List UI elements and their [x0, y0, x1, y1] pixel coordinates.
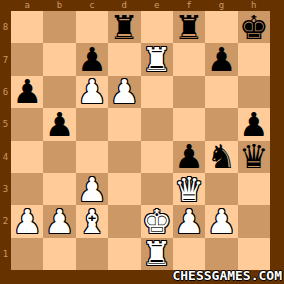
file-label-b: b	[43, 0, 75, 11]
square-a7	[11, 43, 43, 75]
file-label-a: a	[11, 0, 43, 11]
square-b3	[43, 173, 75, 205]
white-pawn: ♟	[45, 205, 75, 238]
square-c8	[76, 11, 108, 43]
rank-label-5: 5	[0, 108, 11, 140]
white-pawn: ♟	[174, 205, 204, 238]
rank-label-1: 1	[0, 238, 11, 270]
white-rook: ♜	[142, 237, 172, 270]
square-d7	[108, 43, 140, 75]
square-e6	[141, 76, 173, 108]
square-b6	[43, 76, 75, 108]
square-b7	[43, 43, 75, 75]
square-g2: ♟	[205, 205, 237, 237]
white-pawn: ♟	[77, 173, 107, 206]
square-e7: ♜	[141, 43, 173, 75]
square-d4	[108, 141, 140, 173]
black-pawn: ♟	[45, 108, 75, 141]
black-pawn: ♟	[239, 108, 269, 141]
white-bishop: ♝	[77, 205, 107, 238]
square-a2: ♟	[11, 205, 43, 237]
square-a4	[11, 141, 43, 173]
square-e1: ♜	[141, 238, 173, 270]
rank-label-3: 3	[0, 173, 11, 205]
square-c2: ♝	[76, 205, 108, 237]
square-f5	[173, 108, 205, 140]
file-labels: abcdefgh	[11, 0, 270, 11]
white-pawn: ♟	[207, 205, 237, 238]
square-f7	[173, 43, 205, 75]
white-king: ♚	[142, 205, 172, 238]
white-pawn: ♟	[110, 75, 140, 108]
chess-board-frame: abcdefgh 87654321 ♜♜♚♟♜♟♟♟♟♟♟♟♞♛♟♛♟♟♝♚♟♟…	[0, 0, 284, 284]
chess-board: ♜♜♚♟♜♟♟♟♟♟♟♟♞♛♟♛♟♟♝♚♟♟♜	[11, 11, 270, 270]
rank-label-8: 8	[0, 11, 11, 43]
black-rook: ♜	[110, 11, 140, 44]
square-h7	[238, 43, 270, 75]
square-e5	[141, 108, 173, 140]
rank-label-4: 4	[0, 141, 11, 173]
square-a5	[11, 108, 43, 140]
square-b8	[43, 11, 75, 43]
square-c7: ♟	[76, 43, 108, 75]
square-f2: ♟	[173, 205, 205, 237]
black-pawn: ♟	[207, 43, 237, 76]
rank-label-7: 7	[0, 43, 11, 75]
square-g6	[205, 76, 237, 108]
square-a8	[11, 11, 43, 43]
square-d5	[108, 108, 140, 140]
square-g5	[205, 108, 237, 140]
square-b1	[43, 238, 75, 270]
square-f3: ♛	[173, 173, 205, 205]
black-king: ♚	[239, 11, 269, 44]
square-f1	[173, 238, 205, 270]
square-e3	[141, 173, 173, 205]
white-queen: ♛	[174, 173, 204, 206]
square-g1	[205, 238, 237, 270]
square-e2: ♚	[141, 205, 173, 237]
square-f6	[173, 76, 205, 108]
site-credit: CHESSGAMES.COM	[172, 268, 282, 283]
white-pawn: ♟	[12, 205, 42, 238]
square-g8	[205, 11, 237, 43]
square-d6: ♟	[108, 76, 140, 108]
file-label-c: c	[76, 0, 108, 11]
file-label-e: e	[141, 0, 173, 11]
square-h5: ♟	[238, 108, 270, 140]
square-d1	[108, 238, 140, 270]
file-label-g: g	[205, 0, 237, 11]
square-b5: ♟	[43, 108, 75, 140]
square-b2: ♟	[43, 205, 75, 237]
square-g7: ♟	[205, 43, 237, 75]
square-f4: ♟	[173, 141, 205, 173]
square-h1	[238, 238, 270, 270]
square-f8: ♜	[173, 11, 205, 43]
square-a1	[11, 238, 43, 270]
square-g3	[205, 173, 237, 205]
square-a3	[11, 173, 43, 205]
square-h2	[238, 205, 270, 237]
rank-label-2: 2	[0, 205, 11, 237]
square-e4	[141, 141, 173, 173]
square-c6: ♟	[76, 76, 108, 108]
square-d8: ♜	[108, 11, 140, 43]
black-knight: ♞	[207, 140, 237, 173]
square-b4	[43, 141, 75, 173]
square-h8: ♚	[238, 11, 270, 43]
square-c4	[76, 141, 108, 173]
square-d3	[108, 173, 140, 205]
black-pawn: ♟	[174, 140, 204, 173]
rank-label-6: 6	[0, 76, 11, 108]
rank-labels: 87654321	[0, 11, 11, 270]
square-a6: ♟	[11, 76, 43, 108]
square-c3: ♟	[76, 173, 108, 205]
white-pawn: ♟	[77, 75, 107, 108]
black-queen: ♛	[239, 140, 269, 173]
square-d2	[108, 205, 140, 237]
square-g4: ♞	[205, 141, 237, 173]
white-rook: ♜	[142, 43, 172, 76]
square-h6	[238, 76, 270, 108]
square-e8	[141, 11, 173, 43]
black-rook: ♜	[174, 11, 204, 44]
black-pawn: ♟	[12, 75, 42, 108]
square-h4: ♛	[238, 141, 270, 173]
square-h3	[238, 173, 270, 205]
black-pawn: ♟	[77, 43, 107, 76]
square-c5	[76, 108, 108, 140]
square-c1	[76, 238, 108, 270]
